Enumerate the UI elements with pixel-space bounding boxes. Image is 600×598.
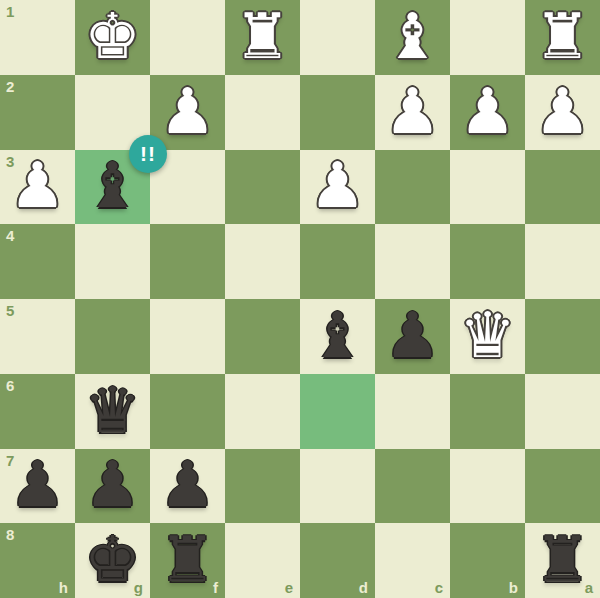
square-f5[interactable] <box>150 299 225 374</box>
square-h8[interactable]: 8h <box>0 523 75 598</box>
piece-white-king[interactable]: ♚ <box>84 5 140 68</box>
piece-black-pawn[interactable]: ♟ <box>159 453 215 516</box>
square-e3[interactable] <box>225 150 300 225</box>
piece-black-rook[interactable]: ♜ <box>534 528 590 591</box>
square-g6[interactable]: ♛ <box>75 374 150 449</box>
square-c3[interactable] <box>375 150 450 225</box>
square-g1[interactable]: ♚ <box>75 0 150 75</box>
square-e1[interactable]: ♜ <box>225 0 300 75</box>
square-h3[interactable]: 3♟ <box>0 150 75 225</box>
square-b7[interactable] <box>450 449 525 524</box>
piece-black-queen[interactable]: ♛ <box>84 379 140 442</box>
square-c8[interactable]: c <box>375 523 450 598</box>
piece-white-pawn[interactable]: ♟ <box>309 154 365 217</box>
square-b6[interactable] <box>450 374 525 449</box>
piece-white-pawn[interactable]: ♟ <box>9 154 65 217</box>
square-f7[interactable]: ♟ <box>150 449 225 524</box>
square-h5[interactable]: 5 <box>0 299 75 374</box>
square-d3[interactable]: ♟ <box>300 150 375 225</box>
square-f6[interactable] <box>150 374 225 449</box>
square-g4[interactable] <box>75 224 150 299</box>
square-e4[interactable] <box>225 224 300 299</box>
file-label-e: e <box>285 579 293 596</box>
square-a4[interactable] <box>525 224 600 299</box>
piece-white-rook[interactable]: ♜ <box>234 5 290 68</box>
piece-white-queen[interactable]: ♛ <box>459 304 515 367</box>
rank-label-5: 5 <box>6 302 14 319</box>
square-a2[interactable]: ♟ <box>525 75 600 150</box>
square-h6[interactable]: 6 <box>0 374 75 449</box>
square-c4[interactable] <box>375 224 450 299</box>
square-f2[interactable]: ♟ <box>150 75 225 150</box>
rank-label-2: 2 <box>6 78 14 95</box>
rank-label-1: 1 <box>6 3 14 20</box>
square-h4[interactable]: 4 <box>0 224 75 299</box>
square-c7[interactable] <box>375 449 450 524</box>
square-f4[interactable] <box>150 224 225 299</box>
square-h2[interactable]: 2 <box>0 75 75 150</box>
rank-label-8: 8 <box>6 526 14 543</box>
square-b1[interactable] <box>450 0 525 75</box>
square-c5[interactable]: ♟ <box>375 299 450 374</box>
square-b8[interactable]: b <box>450 523 525 598</box>
square-d4[interactable] <box>300 224 375 299</box>
square-c6[interactable] <box>375 374 450 449</box>
square-f1[interactable] <box>150 0 225 75</box>
square-e8[interactable]: e <box>225 523 300 598</box>
square-a5[interactable] <box>525 299 600 374</box>
piece-black-bishop[interactable]: ♝ <box>309 304 365 367</box>
square-e5[interactable] <box>225 299 300 374</box>
chess-board: 1♚♜♝♜2♟♟♟♟3♟♝♟45♝♟♛6♛7♟♟♟8hg♚f♜edcba♜!! <box>0 0 600 598</box>
piece-white-bishop[interactable]: ♝ <box>384 5 440 68</box>
square-e6[interactable] <box>225 374 300 449</box>
piece-white-pawn[interactable]: ♟ <box>384 80 440 143</box>
square-a7[interactable] <box>525 449 600 524</box>
piece-black-pawn[interactable]: ♟ <box>9 453 65 516</box>
square-e2[interactable] <box>225 75 300 150</box>
file-label-d: d <box>359 579 368 596</box>
square-b5[interactable]: ♛ <box>450 299 525 374</box>
square-a6[interactable] <box>525 374 600 449</box>
piece-black-pawn[interactable]: ♟ <box>384 304 440 367</box>
square-a8[interactable]: a♜ <box>525 523 600 598</box>
brilliant-badge: !! <box>129 135 167 173</box>
piece-black-pawn[interactable]: ♟ <box>84 453 140 516</box>
rank-label-4: 4 <box>6 227 14 244</box>
square-f8[interactable]: f♜ <box>150 523 225 598</box>
file-label-c: c <box>435 579 443 596</box>
square-g5[interactable] <box>75 299 150 374</box>
square-g8[interactable]: g♚ <box>75 523 150 598</box>
square-h7[interactable]: 7♟ <box>0 449 75 524</box>
square-d1[interactable] <box>300 0 375 75</box>
piece-white-pawn[interactable]: ♟ <box>159 80 215 143</box>
square-d6[interactable] <box>300 374 375 449</box>
piece-black-king[interactable]: ♚ <box>84 528 140 591</box>
square-c2[interactable]: ♟ <box>375 75 450 150</box>
square-c1[interactable]: ♝ <box>375 0 450 75</box>
square-b3[interactable] <box>450 150 525 225</box>
square-a1[interactable]: ♜ <box>525 0 600 75</box>
piece-black-rook[interactable]: ♜ <box>159 528 215 591</box>
square-g7[interactable]: ♟ <box>75 449 150 524</box>
file-label-h: h <box>59 579 68 596</box>
square-d8[interactable]: d <box>300 523 375 598</box>
piece-white-rook[interactable]: ♜ <box>534 5 590 68</box>
square-b4[interactable] <box>450 224 525 299</box>
rank-label-6: 6 <box>6 377 14 394</box>
piece-white-pawn[interactable]: ♟ <box>459 80 515 143</box>
square-h1[interactable]: 1 <box>0 0 75 75</box>
square-e7[interactable] <box>225 449 300 524</box>
square-d5[interactable]: ♝ <box>300 299 375 374</box>
square-d7[interactable] <box>300 449 375 524</box>
piece-white-pawn[interactable]: ♟ <box>534 80 590 143</box>
square-b2[interactable]: ♟ <box>450 75 525 150</box>
square-d2[interactable] <box>300 75 375 150</box>
square-a3[interactable] <box>525 150 600 225</box>
file-label-b: b <box>509 579 518 596</box>
